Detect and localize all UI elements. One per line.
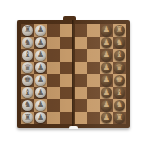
- white-pawn-a2[interactable]: ♟: [35, 25, 46, 36]
- square-f8[interactable]: ♝: [113, 87, 126, 100]
- clasp-notch: [69, 126, 78, 129]
- square-d5[interactable]: [74, 62, 87, 75]
- square-a8[interactable]: ♜: [113, 24, 126, 37]
- square-b3[interactable]: [47, 37, 60, 50]
- board-fold-line: [72, 20, 75, 128]
- square-f5[interactable]: [74, 87, 87, 100]
- black-pawn-a7[interactable]: ♟: [101, 25, 112, 36]
- white-pawn-d2[interactable]: ♟: [35, 62, 46, 73]
- white-pawn-g2[interactable]: ♟: [35, 100, 46, 111]
- square-d3[interactable]: [47, 62, 60, 75]
- square-e6[interactable]: [87, 74, 100, 87]
- square-e8[interactable]: ♚: [113, 74, 126, 87]
- square-a1[interactable]: ♜: [21, 24, 34, 37]
- square-d2[interactable]: ♟: [34, 62, 47, 75]
- square-c1[interactable]: ♝: [21, 49, 34, 62]
- square-h1[interactable]: ♜: [21, 112, 34, 125]
- square-d8[interactable]: ♛: [113, 62, 126, 75]
- square-b5[interactable]: [74, 37, 87, 50]
- square-c6[interactable]: [87, 49, 100, 62]
- square-g1[interactable]: ♞: [21, 99, 34, 112]
- black-pawn-h7[interactable]: ♟: [101, 112, 112, 123]
- white-knight-g1[interactable]: ♞: [22, 100, 33, 111]
- product-photo-background: ♜♟♟♜♞♟♟♞♝♟♟♝♛♟♟♛♚♟♟♚♝♟♟♝♞♟♟♞♜♟♟♜: [0, 0, 150, 150]
- square-h8[interactable]: ♜: [113, 112, 126, 125]
- black-pawn-f7[interactable]: ♟: [101, 87, 112, 98]
- square-g6[interactable]: [87, 99, 100, 112]
- white-rook-a1[interactable]: ♜: [22, 25, 33, 36]
- square-h6[interactable]: [87, 112, 100, 125]
- white-bishop-c1[interactable]: ♝: [22, 50, 33, 61]
- black-pawn-e7[interactable]: ♟: [101, 75, 112, 86]
- white-pawn-b2[interactable]: ♟: [35, 37, 46, 48]
- square-c3[interactable]: [47, 49, 60, 62]
- square-c5[interactable]: [74, 49, 87, 62]
- black-queen-d8[interactable]: ♛: [114, 62, 125, 73]
- black-pawn-c7[interactable]: ♟: [101, 50, 112, 61]
- square-f7[interactable]: ♟: [100, 87, 113, 100]
- square-a3[interactable]: [47, 24, 60, 37]
- black-pawn-d7[interactable]: ♟: [101, 62, 112, 73]
- white-pawn-f2[interactable]: ♟: [35, 87, 46, 98]
- square-g3[interactable]: [47, 99, 60, 112]
- white-king-e1[interactable]: ♚: [22, 75, 33, 86]
- square-a5[interactable]: [74, 24, 87, 37]
- square-e5[interactable]: [74, 74, 87, 87]
- square-e7[interactable]: ♟: [100, 74, 113, 87]
- square-h2[interactable]: ♟: [34, 112, 47, 125]
- square-h5[interactable]: [74, 112, 87, 125]
- square-c2[interactable]: ♟: [34, 49, 47, 62]
- chess-board: ♜♟♟♜♞♟♟♞♝♟♟♝♛♟♟♛♚♟♟♚♝♟♟♝♞♟♟♞♜♟♟♜: [17, 20, 130, 128]
- black-pawn-b7[interactable]: ♟: [101, 37, 112, 48]
- square-h7[interactable]: ♟: [100, 112, 113, 125]
- white-queen-d1[interactable]: ♛: [22, 62, 33, 73]
- black-rook-a8[interactable]: ♜: [114, 25, 125, 36]
- square-b8[interactable]: ♞: [113, 37, 126, 50]
- white-bishop-f1[interactable]: ♝: [22, 87, 33, 98]
- square-g7[interactable]: ♟: [100, 99, 113, 112]
- square-d1[interactable]: ♛: [21, 62, 34, 75]
- black-rook-h8[interactable]: ♜: [114, 112, 125, 123]
- square-e1[interactable]: ♚: [21, 74, 34, 87]
- black-knight-b8[interactable]: ♞: [114, 37, 125, 48]
- white-pawn-c2[interactable]: ♟: [35, 50, 46, 61]
- black-pawn-g7[interactable]: ♟: [101, 100, 112, 111]
- square-d6[interactable]: [87, 62, 100, 75]
- black-bishop-c8[interactable]: ♝: [114, 50, 125, 61]
- square-g5[interactable]: [74, 99, 87, 112]
- black-king-e8[interactable]: ♚: [114, 75, 125, 86]
- square-a6[interactable]: [87, 24, 100, 37]
- square-f3[interactable]: [47, 87, 60, 100]
- square-a2[interactable]: ♟: [34, 24, 47, 37]
- black-knight-g8[interactable]: ♞: [114, 100, 125, 111]
- square-b1[interactable]: ♞: [21, 37, 34, 50]
- square-f6[interactable]: [87, 87, 100, 100]
- white-knight-b1[interactable]: ♞: [22, 37, 33, 48]
- square-d7[interactable]: ♟: [100, 62, 113, 75]
- square-c8[interactable]: ♝: [113, 49, 126, 62]
- square-g8[interactable]: ♞: [113, 99, 126, 112]
- square-h3[interactable]: [47, 112, 60, 125]
- square-b6[interactable]: [87, 37, 100, 50]
- square-c7[interactable]: ♟: [100, 49, 113, 62]
- square-e2[interactable]: ♟: [34, 74, 47, 87]
- square-f2[interactable]: ♟: [34, 87, 47, 100]
- square-f1[interactable]: ♝: [21, 87, 34, 100]
- square-g2[interactable]: ♟: [34, 99, 47, 112]
- square-a7[interactable]: ♟: [100, 24, 113, 37]
- square-b7[interactable]: ♟: [100, 37, 113, 50]
- black-bishop-f8[interactable]: ♝: [114, 87, 125, 98]
- square-b2[interactable]: ♟: [34, 37, 47, 50]
- white-pawn-h2[interactable]: ♟: [35, 112, 46, 123]
- white-pawn-e2[interactable]: ♟: [35, 75, 46, 86]
- white-rook-h1[interactable]: ♜: [22, 112, 33, 123]
- square-e3[interactable]: [47, 74, 60, 87]
